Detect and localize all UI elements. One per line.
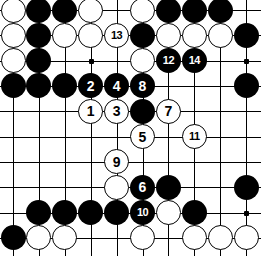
move-number: 4: [113, 79, 121, 93]
stone-white: [130, 225, 155, 250]
stone-black: [1, 225, 26, 250]
stone-white: [208, 23, 233, 48]
stone-black: [26, 73, 51, 98]
stone-black: [208, 0, 233, 23]
move-number: 14: [189, 55, 200, 66]
stone-white: [208, 225, 233, 250]
stone-black: [78, 200, 103, 225]
stone-move-14: 14: [182, 48, 207, 73]
stone-black: [156, 0, 181, 23]
stone-move-11: 11: [182, 124, 207, 149]
stone-move-13: 13: [104, 23, 129, 48]
stone-white: [52, 225, 77, 250]
stone-black: [234, 23, 259, 48]
stone-move-1: 1: [78, 99, 103, 124]
stone-move-8: 8: [130, 73, 155, 98]
stone-white: [182, 23, 207, 48]
move-number: 5: [139, 130, 147, 144]
stone-black: [26, 200, 51, 225]
stone-white: [130, 48, 155, 73]
stone-black: [52, 0, 77, 23]
stone-move-6: 6: [130, 175, 155, 200]
stone-white: [78, 0, 103, 23]
stone-white: [52, 23, 77, 48]
stone-white: [1, 0, 26, 23]
move-number: 9: [113, 155, 121, 169]
stone-white: [182, 225, 207, 250]
star-point: [244, 211, 249, 216]
stone-white: [1, 48, 26, 73]
stone-move-3: 3: [104, 99, 129, 124]
stone-black: [1, 73, 26, 98]
stone-move-12: 12: [156, 48, 181, 73]
stone-white: [1, 23, 26, 48]
stone-white: [156, 200, 181, 225]
stone-white: [234, 225, 259, 250]
stone-black: [234, 175, 259, 200]
stone-move-10: 10: [130, 200, 155, 225]
move-number: 8: [139, 79, 147, 93]
move-number: 1: [87, 104, 95, 118]
stone-move-4: 4: [104, 73, 129, 98]
stone-white: [26, 225, 51, 250]
stone-black: [26, 48, 51, 73]
stone-white: [130, 0, 155, 23]
move-number: 13: [111, 30, 122, 41]
stone-black: [104, 200, 129, 225]
stone-black: [156, 175, 181, 200]
stone-black: [182, 0, 207, 23]
stone-black: [52, 200, 77, 225]
stone-black: [182, 200, 207, 225]
stone-move-2: 2: [78, 73, 103, 98]
stone-white: [78, 23, 103, 48]
move-number: 2: [87, 79, 95, 93]
stone-move-9: 9: [104, 149, 129, 174]
stone-move-7: 7: [156, 99, 181, 124]
stone-white: [104, 175, 129, 200]
stone-black: [26, 0, 51, 23]
move-number: 6: [139, 180, 147, 194]
move-number: 12: [163, 55, 174, 66]
stone-black: [26, 23, 51, 48]
stone-move-5: 5: [130, 124, 155, 149]
stone-black: [234, 73, 259, 98]
star-point: [244, 59, 249, 64]
star-point: [89, 59, 94, 64]
grid-line-horizontal: [0, 162, 261, 163]
stone-black: [52, 73, 77, 98]
move-number: 10: [137, 207, 148, 218]
move-number: 3: [113, 104, 121, 118]
stone-black: [130, 99, 155, 124]
stone-white: [156, 23, 181, 48]
move-number: 11: [189, 131, 200, 142]
stone-black: [130, 23, 155, 48]
move-number: 7: [164, 104, 172, 118]
go-board-diagram: 1312142481375119610: [0, 0, 261, 256]
